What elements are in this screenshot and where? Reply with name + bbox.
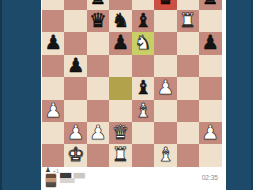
square-h8[interactable]: ♜ xyxy=(199,0,221,10)
black-king: ♚ xyxy=(154,0,176,10)
square-c7[interactable]: ♛ xyxy=(87,10,109,32)
square-f4[interactable]: ♟ xyxy=(154,77,176,99)
white-pawn: ♟ xyxy=(154,77,176,99)
black-rook: ♜ xyxy=(87,0,109,10)
background-left-edge xyxy=(0,0,2,190)
square-f2[interactable] xyxy=(154,122,176,144)
square-h6[interactable]: ♟ xyxy=(199,32,221,54)
player-text: ████ ████ ██████ xyxy=(60,173,85,184)
white-knight: ♞ xyxy=(132,32,154,54)
square-d7[interactable]: ♞ xyxy=(109,10,131,32)
black-rook: ♜ xyxy=(199,0,221,10)
player-rating: ████ xyxy=(74,173,85,178)
square-b2[interactable]: ♟ xyxy=(64,122,86,144)
square-e2[interactable] xyxy=(132,122,154,144)
square-a5[interactable] xyxy=(42,55,64,77)
square-g4[interactable] xyxy=(177,77,199,99)
square-d6[interactable]: ♟ xyxy=(109,32,131,54)
square-e4[interactable]: ♝ xyxy=(132,77,154,99)
square-g1[interactable] xyxy=(177,144,199,166)
square-a6[interactable]: ♟ xyxy=(42,32,64,54)
black-pawn: ♟ xyxy=(199,32,221,54)
square-c6[interactable] xyxy=(87,32,109,54)
square-a8[interactable] xyxy=(42,0,64,10)
square-e1[interactable] xyxy=(132,144,154,166)
background-right-edge xyxy=(251,0,253,190)
square-d2[interactable]: ♛ xyxy=(109,122,131,144)
square-h4[interactable] xyxy=(199,77,221,99)
white-king: ♚ xyxy=(64,144,86,166)
square-c2[interactable]: ♟ xyxy=(87,122,109,144)
square-h3[interactable] xyxy=(199,100,221,122)
square-h7[interactable] xyxy=(199,10,221,32)
player-subtext: ██████ xyxy=(60,179,85,184)
square-a4[interactable] xyxy=(42,77,64,99)
square-f7[interactable] xyxy=(154,10,176,32)
square-g6[interactable] xyxy=(177,32,199,54)
square-b4[interactable] xyxy=(64,77,86,99)
white-pawn: ♟ xyxy=(42,100,64,122)
square-c8[interactable]: ♜ xyxy=(87,0,109,10)
square-e3[interactable]: ♝ xyxy=(132,100,154,122)
square-c3[interactable] xyxy=(87,100,109,122)
black-queen: ♛ xyxy=(87,10,109,32)
player-row[interactable]: ████ ████ ██████ 02:35 xyxy=(45,173,222,188)
square-a2[interactable] xyxy=(42,122,64,144)
square-a1[interactable] xyxy=(42,144,64,166)
square-h1[interactable] xyxy=(199,144,221,166)
square-f3[interactable] xyxy=(154,100,176,122)
square-g3[interactable] xyxy=(177,100,199,122)
square-e7[interactable]: ♝ xyxy=(132,10,154,32)
square-b1[interactable]: ♚ xyxy=(64,144,86,166)
square-e5[interactable] xyxy=(132,55,154,77)
square-h5[interactable] xyxy=(199,55,221,77)
square-d4[interactable] xyxy=(109,77,131,99)
square-e6[interactable]: ♞ xyxy=(132,32,154,54)
square-f6[interactable] xyxy=(154,32,176,54)
white-rook: ♜ xyxy=(109,144,131,166)
white-pawn: ♟ xyxy=(64,122,86,144)
player-avatar xyxy=(45,173,57,188)
square-e8[interactable] xyxy=(132,0,154,10)
chess-board[interactable]: ♜♚♜♛♞♝♜♟♟♞♟♟♝♟♟♝♟♟♛♟♚♜♝ xyxy=(42,0,222,167)
white-pawn: ♟ xyxy=(199,122,221,144)
square-b6[interactable] xyxy=(64,32,86,54)
white-bishop: ♝ xyxy=(154,144,176,166)
square-f5[interactable] xyxy=(154,55,176,77)
square-b8[interactable] xyxy=(64,0,86,10)
square-g5[interactable] xyxy=(177,55,199,77)
square-d8[interactable] xyxy=(109,0,131,10)
square-g7[interactable]: ♜ xyxy=(177,10,199,32)
black-pawn: ♟ xyxy=(64,55,86,77)
game-card: ♜♚♜♛♞♝♜♟♟♞♟♟♝♟♟♝♟♟♛♟♚♜♝ ♟ +1 ████ ████ █… xyxy=(41,0,226,190)
square-g2[interactable] xyxy=(177,122,199,144)
square-c4[interactable] xyxy=(87,77,109,99)
square-g8[interactable] xyxy=(177,0,199,10)
square-h2[interactable]: ♟ xyxy=(199,122,221,144)
black-bishop: ♝ xyxy=(132,77,154,99)
white-bishop: ♝ xyxy=(132,100,154,122)
square-b3[interactable] xyxy=(64,100,86,122)
square-d5[interactable] xyxy=(109,55,131,77)
square-a7[interactable] xyxy=(42,10,64,32)
square-b5[interactable]: ♟ xyxy=(64,55,86,77)
square-a3[interactable]: ♟ xyxy=(42,100,64,122)
square-f8[interactable]: ♚ xyxy=(154,0,176,10)
black-bishop: ♝ xyxy=(132,10,154,32)
square-b7[interactable] xyxy=(64,10,86,32)
square-d1[interactable]: ♜ xyxy=(109,144,131,166)
square-c1[interactable] xyxy=(87,144,109,166)
white-rook: ♜ xyxy=(177,10,199,32)
square-d3[interactable] xyxy=(109,100,131,122)
black-knight: ♞ xyxy=(109,10,131,32)
player-clock: 02:35 xyxy=(202,174,218,181)
white-queen: ♛ xyxy=(109,122,131,144)
black-pawn: ♟ xyxy=(42,32,64,54)
board-clip: ♜♚♜♛♞♝♜♟♟♞♟♟♝♟♟♝♟♟♛♟♚♜♝ xyxy=(41,0,226,167)
square-c5[interactable] xyxy=(87,55,109,77)
square-f1[interactable]: ♝ xyxy=(154,144,176,166)
white-pawn: ♟ xyxy=(87,122,109,144)
black-pawn: ♟ xyxy=(109,32,131,54)
